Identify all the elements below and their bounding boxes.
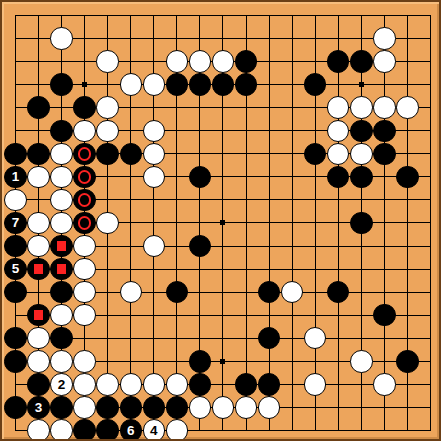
stone-black [373, 143, 396, 166]
stone-black: 7 [4, 212, 27, 235]
stone-black [235, 50, 258, 73]
stone-black [212, 73, 235, 96]
stone-black [258, 373, 281, 396]
stone-white [327, 143, 350, 166]
stone-white [120, 73, 143, 96]
stone-black [189, 235, 212, 258]
stone-black [96, 419, 119, 441]
star-point [359, 82, 364, 87]
stone-black [96, 143, 119, 166]
stone-black [396, 166, 419, 189]
stone-black [4, 143, 27, 166]
grid-vline [384, 15, 385, 431]
stone-white: 2 [50, 373, 73, 396]
circle-marker [78, 147, 92, 161]
stone-white [143, 166, 166, 189]
stone-black [166, 73, 189, 96]
stone-black [189, 73, 212, 96]
stone-black [50, 120, 73, 143]
stone-black: 1 [4, 166, 27, 189]
stone-white [373, 27, 396, 50]
stone-white [27, 166, 50, 189]
stone-black: 5 [4, 258, 27, 281]
stone-white [189, 396, 212, 419]
move-number-label: 6 [127, 424, 135, 438]
move-number-label: 4 [150, 424, 158, 438]
stone-black [27, 96, 50, 119]
stone-white [50, 189, 73, 212]
stone-black [350, 120, 373, 143]
stone-black [96, 396, 119, 419]
stone-black [235, 373, 258, 396]
stone-black [73, 166, 96, 189]
stone-black [4, 350, 27, 373]
stone-black [350, 212, 373, 235]
stone-white [143, 120, 166, 143]
stone-white [73, 350, 96, 373]
stone-black [73, 143, 96, 166]
stone-black [189, 350, 212, 373]
stone-white [50, 143, 73, 166]
stone-white: 4 [143, 419, 166, 441]
stone-white [27, 419, 50, 441]
stone-white [27, 350, 50, 373]
stone-white [327, 96, 350, 119]
stone-white [73, 120, 96, 143]
stone-black [258, 281, 281, 304]
move-number-label: 5 [12, 262, 20, 276]
stone-white [143, 143, 166, 166]
stone-white [50, 304, 73, 327]
stone-white [50, 27, 73, 50]
stone-white [189, 50, 212, 73]
stone-black [373, 120, 396, 143]
stone-white [73, 281, 96, 304]
stone-black: 3 [27, 396, 50, 419]
stone-black [4, 235, 27, 258]
stone-white [73, 235, 96, 258]
stone-white [73, 373, 96, 396]
star-point [82, 82, 87, 87]
stone-white [258, 396, 281, 419]
stone-white [96, 96, 119, 119]
stone-black [50, 281, 73, 304]
stone-black [304, 143, 327, 166]
stone-black [350, 50, 373, 73]
stone-black [50, 396, 73, 419]
stone-white [350, 350, 373, 373]
grid-hline [15, 338, 431, 339]
stone-white [143, 73, 166, 96]
stone-black [327, 50, 350, 73]
stone-white [120, 281, 143, 304]
stone-black [189, 373, 212, 396]
stone-white [143, 373, 166, 396]
grid-vline [292, 15, 293, 431]
stone-black [120, 143, 143, 166]
stone-black [73, 212, 96, 235]
stone-black [4, 327, 27, 350]
stone-white [235, 396, 258, 419]
stone-black [4, 281, 27, 304]
stone-white [27, 235, 50, 258]
stone-white [50, 419, 73, 441]
stone-white [96, 50, 119, 73]
stone-white [50, 166, 73, 189]
stone-white [120, 373, 143, 396]
stone-black [73, 96, 96, 119]
stone-white [350, 143, 373, 166]
stone-white [327, 120, 350, 143]
stone-white [96, 373, 119, 396]
stone-black [327, 166, 350, 189]
stone-white [212, 396, 235, 419]
stone-white [73, 258, 96, 281]
stone-black [166, 281, 189, 304]
stone-white [396, 96, 419, 119]
stone-black [189, 166, 212, 189]
stone-white [50, 350, 73, 373]
stone-white [50, 212, 73, 235]
star-point [220, 359, 225, 364]
move-number-label: 1 [12, 170, 20, 184]
stone-white [281, 281, 304, 304]
stone-black [27, 143, 50, 166]
stone-black [166, 396, 189, 419]
stone-black [27, 258, 50, 281]
stone-white [27, 327, 50, 350]
stone-black [327, 281, 350, 304]
square-marker [34, 310, 44, 320]
stone-white [304, 373, 327, 396]
stone-white [4, 189, 27, 212]
move-number-label: 2 [58, 378, 66, 392]
stone-black [258, 327, 281, 350]
square-marker [57, 241, 67, 251]
stone-white [212, 50, 235, 73]
square-marker [34, 264, 44, 274]
go-board: 1752364 [0, 0, 441, 441]
move-number-label: 3 [35, 401, 43, 415]
stone-black [50, 327, 73, 350]
stone-black [350, 166, 373, 189]
stone-white [373, 50, 396, 73]
stone-black: 6 [120, 419, 143, 441]
square-marker [57, 264, 67, 274]
stone-white [350, 96, 373, 119]
stone-black [27, 304, 50, 327]
stone-white [304, 327, 327, 350]
circle-marker [78, 216, 92, 230]
stone-white [166, 419, 189, 441]
stone-white [166, 373, 189, 396]
grid-vline [269, 15, 270, 431]
stone-black [50, 73, 73, 96]
stone-black [143, 396, 166, 419]
stone-black [50, 235, 73, 258]
stone-black [304, 73, 327, 96]
stone-white [373, 373, 396, 396]
stone-black [120, 396, 143, 419]
stone-white [373, 96, 396, 119]
grid-vline [430, 15, 431, 431]
stone-white [73, 304, 96, 327]
stone-white [143, 235, 166, 258]
stone-white [27, 212, 50, 235]
stone-black [235, 73, 258, 96]
grid-vline [338, 15, 339, 431]
stone-white [96, 120, 119, 143]
stone-black [73, 419, 96, 441]
stone-white [96, 212, 119, 235]
stone-black [373, 304, 396, 327]
circle-marker [78, 170, 92, 184]
move-number-label: 7 [12, 216, 20, 230]
star-point [220, 220, 225, 225]
stone-black [73, 189, 96, 212]
circle-marker [78, 193, 92, 207]
stone-black [50, 258, 73, 281]
stone-black [27, 373, 50, 396]
stone-white [73, 396, 96, 419]
stone-black [4, 396, 27, 419]
stone-white [166, 50, 189, 73]
stone-black [396, 350, 419, 373]
